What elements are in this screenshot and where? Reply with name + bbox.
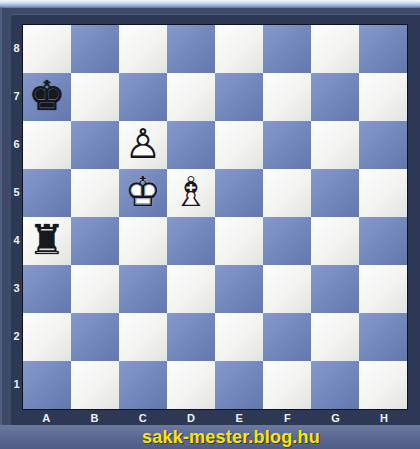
square-a4[interactable]: ♜	[23, 217, 71, 265]
rank-label-6: 6	[11, 120, 22, 168]
rank-label-1: 1	[11, 360, 22, 408]
site-banner-text: sakk-mester.blog.hu	[142, 427, 320, 448]
file-label-a: A	[22, 410, 70, 426]
square-c5[interactable]: ♚♔	[119, 169, 167, 217]
rank-label-7: 7	[11, 72, 22, 120]
square-h1[interactable]	[359, 361, 407, 409]
square-a8[interactable]	[23, 25, 71, 73]
square-a7[interactable]: ♚	[23, 73, 71, 121]
square-b5[interactable]	[71, 169, 119, 217]
square-e4[interactable]	[215, 217, 263, 265]
square-b1[interactable]	[71, 361, 119, 409]
file-labels: ABCDEFGH	[22, 410, 408, 426]
square-h4[interactable]	[359, 217, 407, 265]
file-label-g: G	[312, 410, 360, 426]
square-a6[interactable]	[23, 121, 71, 169]
square-g6[interactable]	[311, 121, 359, 169]
left-highlight-edge	[0, 7, 2, 449]
square-b6[interactable]	[71, 121, 119, 169]
square-e1[interactable]	[215, 361, 263, 409]
square-d7[interactable]	[167, 73, 215, 121]
square-e7[interactable]	[215, 73, 263, 121]
square-b2[interactable]	[71, 313, 119, 361]
square-g5[interactable]	[311, 169, 359, 217]
square-f1[interactable]	[263, 361, 311, 409]
square-a1[interactable]	[23, 361, 71, 409]
square-g3[interactable]	[311, 265, 359, 313]
square-a2[interactable]	[23, 313, 71, 361]
piece-white-king[interactable]: ♚♔	[119, 169, 167, 217]
square-b7[interactable]	[71, 73, 119, 121]
chess-board: ♚♟♙♚♔♝♗♜	[22, 24, 408, 410]
square-h6[interactable]	[359, 121, 407, 169]
site-banner: sakk-mester.blog.hu	[0, 425, 420, 449]
square-g7[interactable]	[311, 73, 359, 121]
square-d8[interactable]	[167, 25, 215, 73]
file-label-b: B	[70, 410, 118, 426]
square-f7[interactable]	[263, 73, 311, 121]
square-d5[interactable]: ♝♗	[167, 169, 215, 217]
square-b3[interactable]	[71, 265, 119, 313]
rank-label-4: 4	[11, 216, 22, 264]
file-label-d: D	[167, 410, 215, 426]
square-e8[interactable]	[215, 25, 263, 73]
square-h7[interactable]	[359, 73, 407, 121]
square-b4[interactable]	[71, 217, 119, 265]
square-f2[interactable]	[263, 313, 311, 361]
square-d6[interactable]	[167, 121, 215, 169]
square-d4[interactable]	[167, 217, 215, 265]
rank-labels: 87654321	[11, 24, 22, 408]
file-label-f: F	[263, 410, 311, 426]
square-f5[interactable]	[263, 169, 311, 217]
square-g4[interactable]	[311, 217, 359, 265]
square-f8[interactable]	[263, 25, 311, 73]
rank-label-3: 3	[11, 264, 22, 312]
square-d3[interactable]	[167, 265, 215, 313]
square-a5[interactable]	[23, 169, 71, 217]
square-f6[interactable]	[263, 121, 311, 169]
board-frame: 87654321 ♚♟♙♚♔♝♗♜ ABCDEFGH	[10, 14, 420, 425]
square-h3[interactable]	[359, 265, 407, 313]
square-e6[interactable]	[215, 121, 263, 169]
piece-black-rook[interactable]: ♜	[23, 217, 71, 265]
square-c4[interactable]	[119, 217, 167, 265]
piece-white-bishop[interactable]: ♝♗	[167, 169, 215, 217]
square-e3[interactable]	[215, 265, 263, 313]
square-d1[interactable]	[167, 361, 215, 409]
square-c1[interactable]	[119, 361, 167, 409]
window-top-gradient	[0, 0, 420, 8]
square-g1[interactable]	[311, 361, 359, 409]
square-h8[interactable]	[359, 25, 407, 73]
rank-label-2: 2	[11, 312, 22, 360]
square-e5[interactable]	[215, 169, 263, 217]
square-h2[interactable]	[359, 313, 407, 361]
square-d2[interactable]	[167, 313, 215, 361]
square-g8[interactable]	[311, 25, 359, 73]
square-c3[interactable]	[119, 265, 167, 313]
chess-diagram: 87654321 ♚♟♙♚♔♝♗♜ ABCDEFGH sakk-mester.b…	[0, 0, 420, 449]
square-a3[interactable]	[23, 265, 71, 313]
square-f4[interactable]	[263, 217, 311, 265]
file-label-c: C	[119, 410, 167, 426]
square-c7[interactable]	[119, 73, 167, 121]
square-h5[interactable]	[359, 169, 407, 217]
rank-label-8: 8	[11, 24, 22, 72]
square-g2[interactable]	[311, 313, 359, 361]
square-c8[interactable]	[119, 25, 167, 73]
rank-label-5: 5	[11, 168, 22, 216]
square-c2[interactable]	[119, 313, 167, 361]
square-b8[interactable]	[71, 25, 119, 73]
square-e2[interactable]	[215, 313, 263, 361]
piece-black-king[interactable]: ♚	[23, 73, 71, 121]
file-label-h: H	[360, 410, 408, 426]
file-label-e: E	[215, 410, 263, 426]
square-c6[interactable]: ♟♙	[119, 121, 167, 169]
square-f3[interactable]	[263, 265, 311, 313]
piece-white-pawn[interactable]: ♟♙	[119, 121, 167, 169]
